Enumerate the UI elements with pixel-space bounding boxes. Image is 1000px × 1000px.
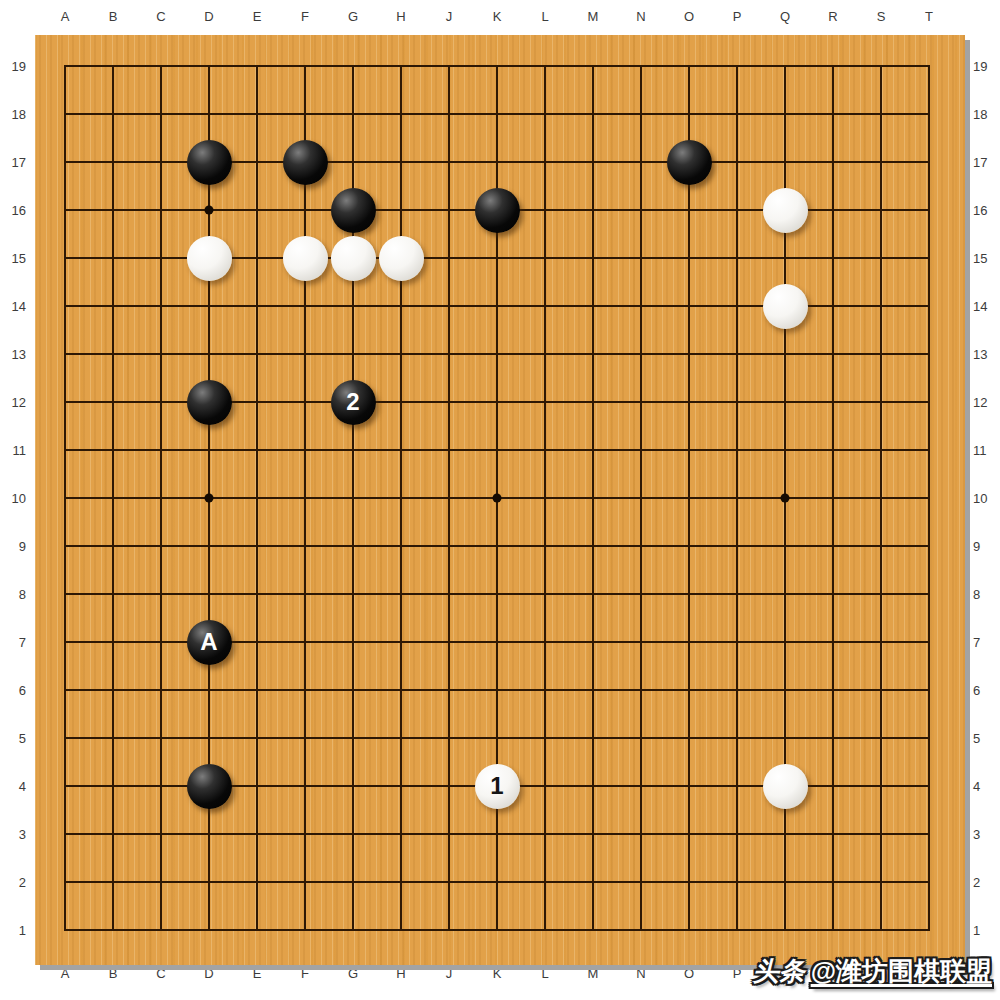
white-stone-G15[interactable]: [331, 236, 376, 281]
intersection-C11[interactable]: [137, 426, 185, 474]
intersection-F19[interactable]: [281, 42, 329, 90]
black-stone-O17[interactable]: [667, 140, 712, 185]
intersection-G18[interactable]: [329, 90, 377, 138]
intersection-M13[interactable]: [569, 330, 617, 378]
intersection-H9[interactable]: [377, 522, 425, 570]
intersection-M5[interactable]: [569, 714, 617, 762]
intersection-E13[interactable]: [233, 330, 281, 378]
intersection-R1[interactable]: [809, 906, 857, 954]
intersection-T18[interactable]: [905, 90, 953, 138]
intersection-D3[interactable]: [185, 810, 233, 858]
intersection-M1[interactable]: [569, 906, 617, 954]
intersection-M12[interactable]: [569, 378, 617, 426]
intersection-E7[interactable]: [233, 618, 281, 666]
intersection-G14[interactable]: [329, 282, 377, 330]
intersection-F6[interactable]: [281, 666, 329, 714]
intersection-T16[interactable]: [905, 186, 953, 234]
intersection-T7[interactable]: [905, 618, 953, 666]
intersection-C9[interactable]: [137, 522, 185, 570]
black-stone-K16[interactable]: [475, 188, 520, 233]
intersection-L18[interactable]: [521, 90, 569, 138]
intersection-L5[interactable]: [521, 714, 569, 762]
intersection-Q7[interactable]: [761, 618, 809, 666]
intersection-B6[interactable]: [89, 666, 137, 714]
intersection-Q14[interactable]: [761, 282, 809, 330]
intersection-M18[interactable]: [569, 90, 617, 138]
intersection-K15[interactable]: [473, 234, 521, 282]
intersection-O2[interactable]: [665, 858, 713, 906]
intersection-O19[interactable]: [665, 42, 713, 90]
intersection-O12[interactable]: [665, 378, 713, 426]
intersection-Q2[interactable]: [761, 858, 809, 906]
intersection-R17[interactable]: [809, 138, 857, 186]
intersection-D17[interactable]: [185, 138, 233, 186]
intersection-R11[interactable]: [809, 426, 857, 474]
intersection-S1[interactable]: [857, 906, 905, 954]
intersection-S18[interactable]: [857, 90, 905, 138]
intersection-P16[interactable]: [713, 186, 761, 234]
intersection-A6[interactable]: [41, 666, 89, 714]
intersection-D1[interactable]: [185, 906, 233, 954]
intersection-C17[interactable]: [137, 138, 185, 186]
intersection-O4[interactable]: [665, 762, 713, 810]
intersection-T4[interactable]: [905, 762, 953, 810]
intersection-Q13[interactable]: [761, 330, 809, 378]
intersection-P3[interactable]: [713, 810, 761, 858]
intersection-B13[interactable]: [89, 330, 137, 378]
intersection-S8[interactable]: [857, 570, 905, 618]
intersection-T5[interactable]: [905, 714, 953, 762]
intersection-H12[interactable]: [377, 378, 425, 426]
intersection-A2[interactable]: [41, 858, 89, 906]
intersection-O17[interactable]: [665, 138, 713, 186]
intersection-N2[interactable]: [617, 858, 665, 906]
intersection-L10[interactable]: [521, 474, 569, 522]
intersection-T3[interactable]: [905, 810, 953, 858]
intersection-R18[interactable]: [809, 90, 857, 138]
black-stone-D12[interactable]: [187, 380, 232, 425]
intersection-O13[interactable]: [665, 330, 713, 378]
intersection-A7[interactable]: [41, 618, 89, 666]
intersection-F2[interactable]: [281, 858, 329, 906]
intersection-L7[interactable]: [521, 618, 569, 666]
intersection-D4[interactable]: [185, 762, 233, 810]
intersection-T19[interactable]: [905, 42, 953, 90]
intersection-B7[interactable]: [89, 618, 137, 666]
intersection-G13[interactable]: [329, 330, 377, 378]
intersection-N7[interactable]: [617, 618, 665, 666]
intersection-H10[interactable]: [377, 474, 425, 522]
intersection-R5[interactable]: [809, 714, 857, 762]
intersection-J4[interactable]: [425, 762, 473, 810]
intersection-F9[interactable]: [281, 522, 329, 570]
intersection-A11[interactable]: [41, 426, 89, 474]
intersection-C7[interactable]: [137, 618, 185, 666]
intersection-R15[interactable]: [809, 234, 857, 282]
intersection-O7[interactable]: [665, 618, 713, 666]
intersection-O8[interactable]: [665, 570, 713, 618]
intersection-K14[interactable]: [473, 282, 521, 330]
intersection-K9[interactable]: [473, 522, 521, 570]
intersection-M15[interactable]: [569, 234, 617, 282]
intersection-S2[interactable]: [857, 858, 905, 906]
intersection-D19[interactable]: [185, 42, 233, 90]
intersection-C3[interactable]: [137, 810, 185, 858]
intersection-G9[interactable]: [329, 522, 377, 570]
intersection-C19[interactable]: [137, 42, 185, 90]
intersection-A9[interactable]: [41, 522, 89, 570]
intersection-M6[interactable]: [569, 666, 617, 714]
intersection-H5[interactable]: [377, 714, 425, 762]
intersection-A3[interactable]: [41, 810, 89, 858]
intersection-M17[interactable]: [569, 138, 617, 186]
intersection-H3[interactable]: [377, 810, 425, 858]
intersection-M2[interactable]: [569, 858, 617, 906]
intersection-G4[interactable]: [329, 762, 377, 810]
intersection-S5[interactable]: [857, 714, 905, 762]
black-stone-D17[interactable]: [187, 140, 232, 185]
intersection-T15[interactable]: [905, 234, 953, 282]
intersection-H18[interactable]: [377, 90, 425, 138]
intersection-D6[interactable]: [185, 666, 233, 714]
intersection-T9[interactable]: [905, 522, 953, 570]
intersection-R4[interactable]: [809, 762, 857, 810]
intersection-D8[interactable]: [185, 570, 233, 618]
intersection-R8[interactable]: [809, 570, 857, 618]
intersection-Q18[interactable]: [761, 90, 809, 138]
intersection-M4[interactable]: [569, 762, 617, 810]
black-stone-D4[interactable]: [187, 764, 232, 809]
intersection-J11[interactable]: [425, 426, 473, 474]
intersection-G17[interactable]: [329, 138, 377, 186]
intersection-H4[interactable]: [377, 762, 425, 810]
intersection-B15[interactable]: [89, 234, 137, 282]
intersection-O11[interactable]: [665, 426, 713, 474]
intersection-B11[interactable]: [89, 426, 137, 474]
intersection-O1[interactable]: [665, 906, 713, 954]
intersection-R10[interactable]: [809, 474, 857, 522]
intersection-R6[interactable]: [809, 666, 857, 714]
intersection-L17[interactable]: [521, 138, 569, 186]
intersection-P4[interactable]: [713, 762, 761, 810]
intersection-C14[interactable]: [137, 282, 185, 330]
intersection-K13[interactable]: [473, 330, 521, 378]
intersection-L4[interactable]: [521, 762, 569, 810]
black-stone-F17[interactable]: [283, 140, 328, 185]
intersection-J3[interactable]: [425, 810, 473, 858]
intersection-S10[interactable]: [857, 474, 905, 522]
intersection-C1[interactable]: [137, 906, 185, 954]
intersection-L6[interactable]: [521, 666, 569, 714]
black-stone-D7[interactable]: A: [187, 620, 232, 665]
intersection-B8[interactable]: [89, 570, 137, 618]
intersection-B18[interactable]: [89, 90, 137, 138]
intersection-L2[interactable]: [521, 858, 569, 906]
intersection-F1[interactable]: [281, 906, 329, 954]
intersection-H11[interactable]: [377, 426, 425, 474]
intersection-T8[interactable]: [905, 570, 953, 618]
intersection-T10[interactable]: [905, 474, 953, 522]
intersection-L13[interactable]: [521, 330, 569, 378]
intersection-Q17[interactable]: [761, 138, 809, 186]
intersection-A18[interactable]: [41, 90, 89, 138]
intersection-P15[interactable]: [713, 234, 761, 282]
white-stone-D15[interactable]: [187, 236, 232, 281]
intersection-J18[interactable]: [425, 90, 473, 138]
intersection-E14[interactable]: [233, 282, 281, 330]
intersection-C15[interactable]: [137, 234, 185, 282]
intersection-K1[interactable]: [473, 906, 521, 954]
intersection-H17[interactable]: [377, 138, 425, 186]
intersection-P13[interactable]: [713, 330, 761, 378]
intersection-R19[interactable]: [809, 42, 857, 90]
intersection-H16[interactable]: [377, 186, 425, 234]
intersection-K7[interactable]: [473, 618, 521, 666]
intersection-D9[interactable]: [185, 522, 233, 570]
intersection-F13[interactable]: [281, 330, 329, 378]
intersection-G6[interactable]: [329, 666, 377, 714]
intersection-S3[interactable]: [857, 810, 905, 858]
intersection-D7[interactable]: A: [185, 618, 233, 666]
intersection-O18[interactable]: [665, 90, 713, 138]
intersection-P8[interactable]: [713, 570, 761, 618]
intersection-L12[interactable]: [521, 378, 569, 426]
intersection-N8[interactable]: [617, 570, 665, 618]
intersection-G3[interactable]: [329, 810, 377, 858]
intersection-E16[interactable]: [233, 186, 281, 234]
intersection-A1[interactable]: [41, 906, 89, 954]
intersection-F12[interactable]: [281, 378, 329, 426]
intersection-B19[interactable]: [89, 42, 137, 90]
intersection-O5[interactable]: [665, 714, 713, 762]
intersection-K19[interactable]: [473, 42, 521, 90]
intersection-T2[interactable]: [905, 858, 953, 906]
intersection-S7[interactable]: [857, 618, 905, 666]
black-stone-G12[interactable]: 2: [331, 380, 376, 425]
intersection-G16[interactable]: [329, 186, 377, 234]
intersection-H15[interactable]: [377, 234, 425, 282]
intersection-L8[interactable]: [521, 570, 569, 618]
intersection-T6[interactable]: [905, 666, 953, 714]
intersection-J1[interactable]: [425, 906, 473, 954]
intersection-N6[interactable]: [617, 666, 665, 714]
intersection-F14[interactable]: [281, 282, 329, 330]
intersection-D5[interactable]: [185, 714, 233, 762]
intersection-H13[interactable]: [377, 330, 425, 378]
intersection-A16[interactable]: [41, 186, 89, 234]
intersection-D14[interactable]: [185, 282, 233, 330]
intersection-S6[interactable]: [857, 666, 905, 714]
intersection-K2[interactable]: [473, 858, 521, 906]
intersection-Q16[interactable]: [761, 186, 809, 234]
intersection-Q6[interactable]: [761, 666, 809, 714]
intersection-N15[interactable]: [617, 234, 665, 282]
intersection-G11[interactable]: [329, 426, 377, 474]
intersection-B2[interactable]: [89, 858, 137, 906]
intersection-Q12[interactable]: [761, 378, 809, 426]
intersection-E18[interactable]: [233, 90, 281, 138]
intersection-E9[interactable]: [233, 522, 281, 570]
intersection-J10[interactable]: [425, 474, 473, 522]
intersection-J6[interactable]: [425, 666, 473, 714]
intersection-E6[interactable]: [233, 666, 281, 714]
intersection-F8[interactable]: [281, 570, 329, 618]
intersection-P14[interactable]: [713, 282, 761, 330]
intersection-F10[interactable]: [281, 474, 329, 522]
intersection-A13[interactable]: [41, 330, 89, 378]
intersection-C4[interactable]: [137, 762, 185, 810]
intersection-H7[interactable]: [377, 618, 425, 666]
intersection-B10[interactable]: [89, 474, 137, 522]
intersection-G10[interactable]: [329, 474, 377, 522]
intersection-G8[interactable]: [329, 570, 377, 618]
intersection-Q8[interactable]: [761, 570, 809, 618]
intersection-Q1[interactable]: [761, 906, 809, 954]
intersection-O6[interactable]: [665, 666, 713, 714]
intersection-D18[interactable]: [185, 90, 233, 138]
intersection-L3[interactable]: [521, 810, 569, 858]
intersection-M16[interactable]: [569, 186, 617, 234]
intersection-J13[interactable]: [425, 330, 473, 378]
intersection-D16[interactable]: [185, 186, 233, 234]
intersection-T1[interactable]: [905, 906, 953, 954]
intersection-J12[interactable]: [425, 378, 473, 426]
intersection-F15[interactable]: [281, 234, 329, 282]
intersection-P17[interactable]: [713, 138, 761, 186]
intersection-R7[interactable]: [809, 618, 857, 666]
white-stone-Q16[interactable]: [763, 188, 808, 233]
intersection-H1[interactable]: [377, 906, 425, 954]
white-stone-K4[interactable]: 1: [475, 764, 520, 809]
intersection-B4[interactable]: [89, 762, 137, 810]
intersection-R14[interactable]: [809, 282, 857, 330]
intersection-N9[interactable]: [617, 522, 665, 570]
intersection-L16[interactable]: [521, 186, 569, 234]
black-stone-G16[interactable]: [331, 188, 376, 233]
intersection-Q9[interactable]: [761, 522, 809, 570]
intersection-S13[interactable]: [857, 330, 905, 378]
intersection-C16[interactable]: [137, 186, 185, 234]
intersection-T11[interactable]: [905, 426, 953, 474]
intersection-F7[interactable]: [281, 618, 329, 666]
intersection-T14[interactable]: [905, 282, 953, 330]
intersection-G15[interactable]: [329, 234, 377, 282]
intersection-E8[interactable]: [233, 570, 281, 618]
intersection-T12[interactable]: [905, 378, 953, 426]
intersection-J17[interactable]: [425, 138, 473, 186]
intersection-E19[interactable]: [233, 42, 281, 90]
intersection-M9[interactable]: [569, 522, 617, 570]
intersection-J9[interactable]: [425, 522, 473, 570]
intersection-R9[interactable]: [809, 522, 857, 570]
intersection-L11[interactable]: [521, 426, 569, 474]
intersection-A5[interactable]: [41, 714, 89, 762]
intersection-C13[interactable]: [137, 330, 185, 378]
intersection-K5[interactable]: [473, 714, 521, 762]
intersection-E4[interactable]: [233, 762, 281, 810]
intersection-B1[interactable]: [89, 906, 137, 954]
intersection-G5[interactable]: [329, 714, 377, 762]
intersection-Q15[interactable]: [761, 234, 809, 282]
intersection-H6[interactable]: [377, 666, 425, 714]
intersection-L14[interactable]: [521, 282, 569, 330]
intersection-C18[interactable]: [137, 90, 185, 138]
intersection-O3[interactable]: [665, 810, 713, 858]
intersection-B9[interactable]: [89, 522, 137, 570]
intersection-N16[interactable]: [617, 186, 665, 234]
intersection-Q3[interactable]: [761, 810, 809, 858]
intersection-S16[interactable]: [857, 186, 905, 234]
intersection-Q19[interactable]: [761, 42, 809, 90]
intersection-H8[interactable]: [377, 570, 425, 618]
intersection-K17[interactable]: [473, 138, 521, 186]
intersection-P5[interactable]: [713, 714, 761, 762]
intersection-E5[interactable]: [233, 714, 281, 762]
intersection-E10[interactable]: [233, 474, 281, 522]
intersection-A17[interactable]: [41, 138, 89, 186]
intersection-D11[interactable]: [185, 426, 233, 474]
intersection-Q10[interactable]: [761, 474, 809, 522]
intersection-J8[interactable]: [425, 570, 473, 618]
intersection-R3[interactable]: [809, 810, 857, 858]
intersection-F3[interactable]: [281, 810, 329, 858]
intersection-L9[interactable]: [521, 522, 569, 570]
intersection-C10[interactable]: [137, 474, 185, 522]
intersection-N5[interactable]: [617, 714, 665, 762]
intersection-O15[interactable]: [665, 234, 713, 282]
intersection-B17[interactable]: [89, 138, 137, 186]
white-stone-Q14[interactable]: [763, 284, 808, 329]
intersection-N1[interactable]: [617, 906, 665, 954]
intersection-L1[interactable]: [521, 906, 569, 954]
intersection-R16[interactable]: [809, 186, 857, 234]
intersection-E3[interactable]: [233, 810, 281, 858]
intersection-S14[interactable]: [857, 282, 905, 330]
intersection-G19[interactable]: [329, 42, 377, 90]
intersection-O10[interactable]: [665, 474, 713, 522]
intersection-K12[interactable]: [473, 378, 521, 426]
intersection-M19[interactable]: [569, 42, 617, 90]
intersection-S9[interactable]: [857, 522, 905, 570]
intersection-A19[interactable]: [41, 42, 89, 90]
intersection-C12[interactable]: [137, 378, 185, 426]
intersection-R2[interactable]: [809, 858, 857, 906]
intersection-H14[interactable]: [377, 282, 425, 330]
intersection-B16[interactable]: [89, 186, 137, 234]
intersection-J16[interactable]: [425, 186, 473, 234]
intersection-E15[interactable]: [233, 234, 281, 282]
intersection-R13[interactable]: [809, 330, 857, 378]
intersection-B12[interactable]: [89, 378, 137, 426]
intersection-N4[interactable]: [617, 762, 665, 810]
intersection-J5[interactable]: [425, 714, 473, 762]
intersection-K10[interactable]: [473, 474, 521, 522]
intersection-S12[interactable]: [857, 378, 905, 426]
intersection-N18[interactable]: [617, 90, 665, 138]
intersection-G7[interactable]: [329, 618, 377, 666]
intersection-C2[interactable]: [137, 858, 185, 906]
intersection-N3[interactable]: [617, 810, 665, 858]
intersection-T17[interactable]: [905, 138, 953, 186]
intersection-S4[interactable]: [857, 762, 905, 810]
intersection-N12[interactable]: [617, 378, 665, 426]
intersection-Q11[interactable]: [761, 426, 809, 474]
intersection-F18[interactable]: [281, 90, 329, 138]
intersection-C8[interactable]: [137, 570, 185, 618]
intersection-J15[interactable]: [425, 234, 473, 282]
intersection-P11[interactable]: [713, 426, 761, 474]
intersection-F5[interactable]: [281, 714, 329, 762]
